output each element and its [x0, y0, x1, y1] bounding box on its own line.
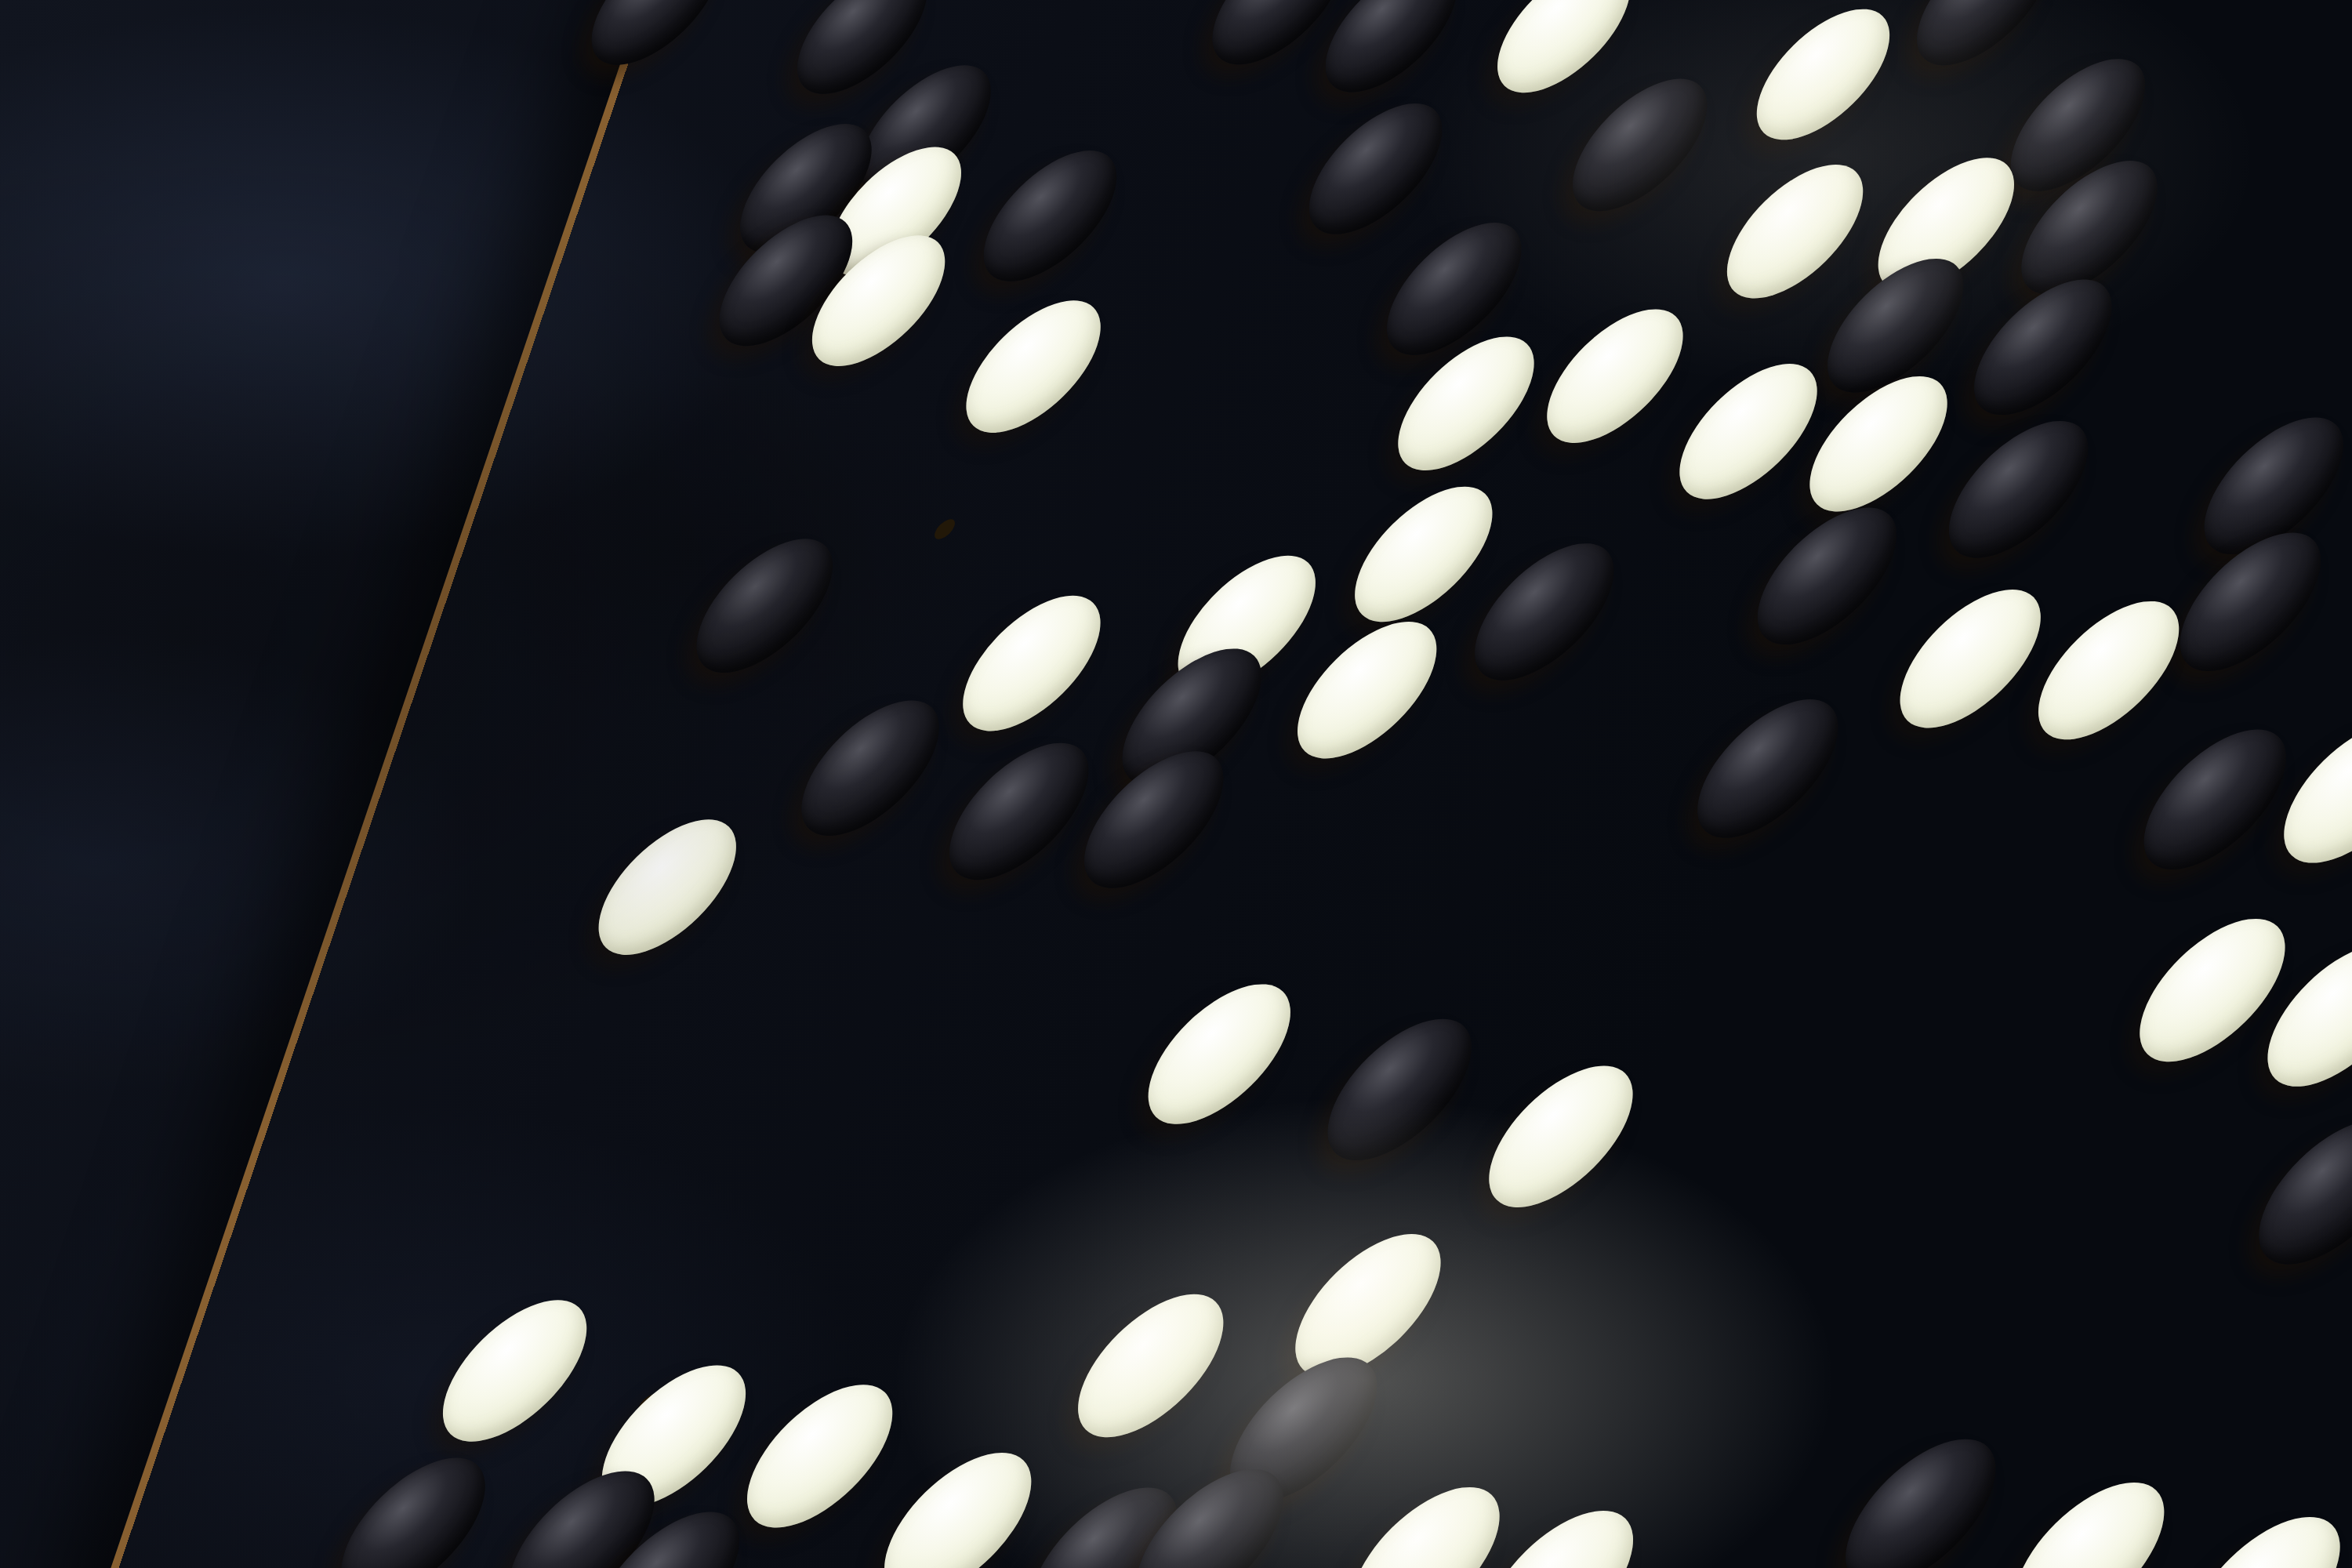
go-stone-white[interactable]: [865, 1434, 1051, 1568]
go-stone-black[interactable]: [1900, 0, 2067, 82]
go-stone-black[interactable]: [679, 521, 851, 691]
go-stone-black[interactable]: [966, 133, 1134, 299]
go-stone-black[interactable]: [1739, 489, 1915, 662]
go-stone-white[interactable]: [1059, 1276, 1243, 1457]
photo-viewport: [0, 0, 2352, 1568]
go-stone-white[interactable]: [1709, 147, 1881, 316]
go-stone-black[interactable]: [1679, 681, 1857, 856]
go-stone-black[interactable]: [322, 1439, 504, 1568]
go-stone-black[interactable]: [1308, 1000, 1490, 1179]
go-stone-white[interactable]: [1331, 1468, 1519, 1568]
go-stone-white[interactable]: [1130, 966, 1309, 1143]
go-stone-black[interactable]: [1292, 86, 1460, 252]
go-stone-black[interactable]: [1308, 0, 1475, 109]
go-stone-black[interactable]: [1555, 61, 1725, 228]
star-point: [932, 517, 958, 542]
go-stone-white[interactable]: [2020, 583, 2198, 758]
go-stone-white[interactable]: [1480, 0, 1648, 110]
go-stone-black[interactable]: [2125, 711, 2305, 888]
go-stone-white[interactable]: [1529, 292, 1700, 461]
go-stone-white[interactable]: [1470, 1047, 1652, 1226]
go-stone-black[interactable]: [783, 683, 957, 854]
go-stone-white[interactable]: [949, 283, 1119, 450]
go-stone-black[interactable]: [2240, 1101, 2352, 1283]
go-stone-white[interactable]: [1279, 604, 1455, 777]
go-stone-white[interactable]: [424, 1281, 606, 1460]
go-stone-black[interactable]: [931, 725, 1107, 898]
go-stone-white[interactable]: [945, 578, 1119, 749]
go-stone-black[interactable]: [1826, 1420, 2016, 1568]
go-stone-white[interactable]: [580, 802, 754, 973]
go-stone-white[interactable]: [2265, 702, 2352, 881]
go-stone-black[interactable]: [1457, 525, 1632, 699]
go-stone-white[interactable]: [728, 1366, 911, 1547]
go-stone-white[interactable]: [1994, 1463, 2184, 1568]
go-stone-black[interactable]: [1930, 403, 2106, 576]
go-stone-white[interactable]: [1882, 572, 2060, 746]
go-stone-white[interactable]: [2169, 1497, 2352, 1568]
go-stone-white[interactable]: [1739, 0, 1907, 157]
go-stone-white[interactable]: [1337, 469, 1511, 640]
